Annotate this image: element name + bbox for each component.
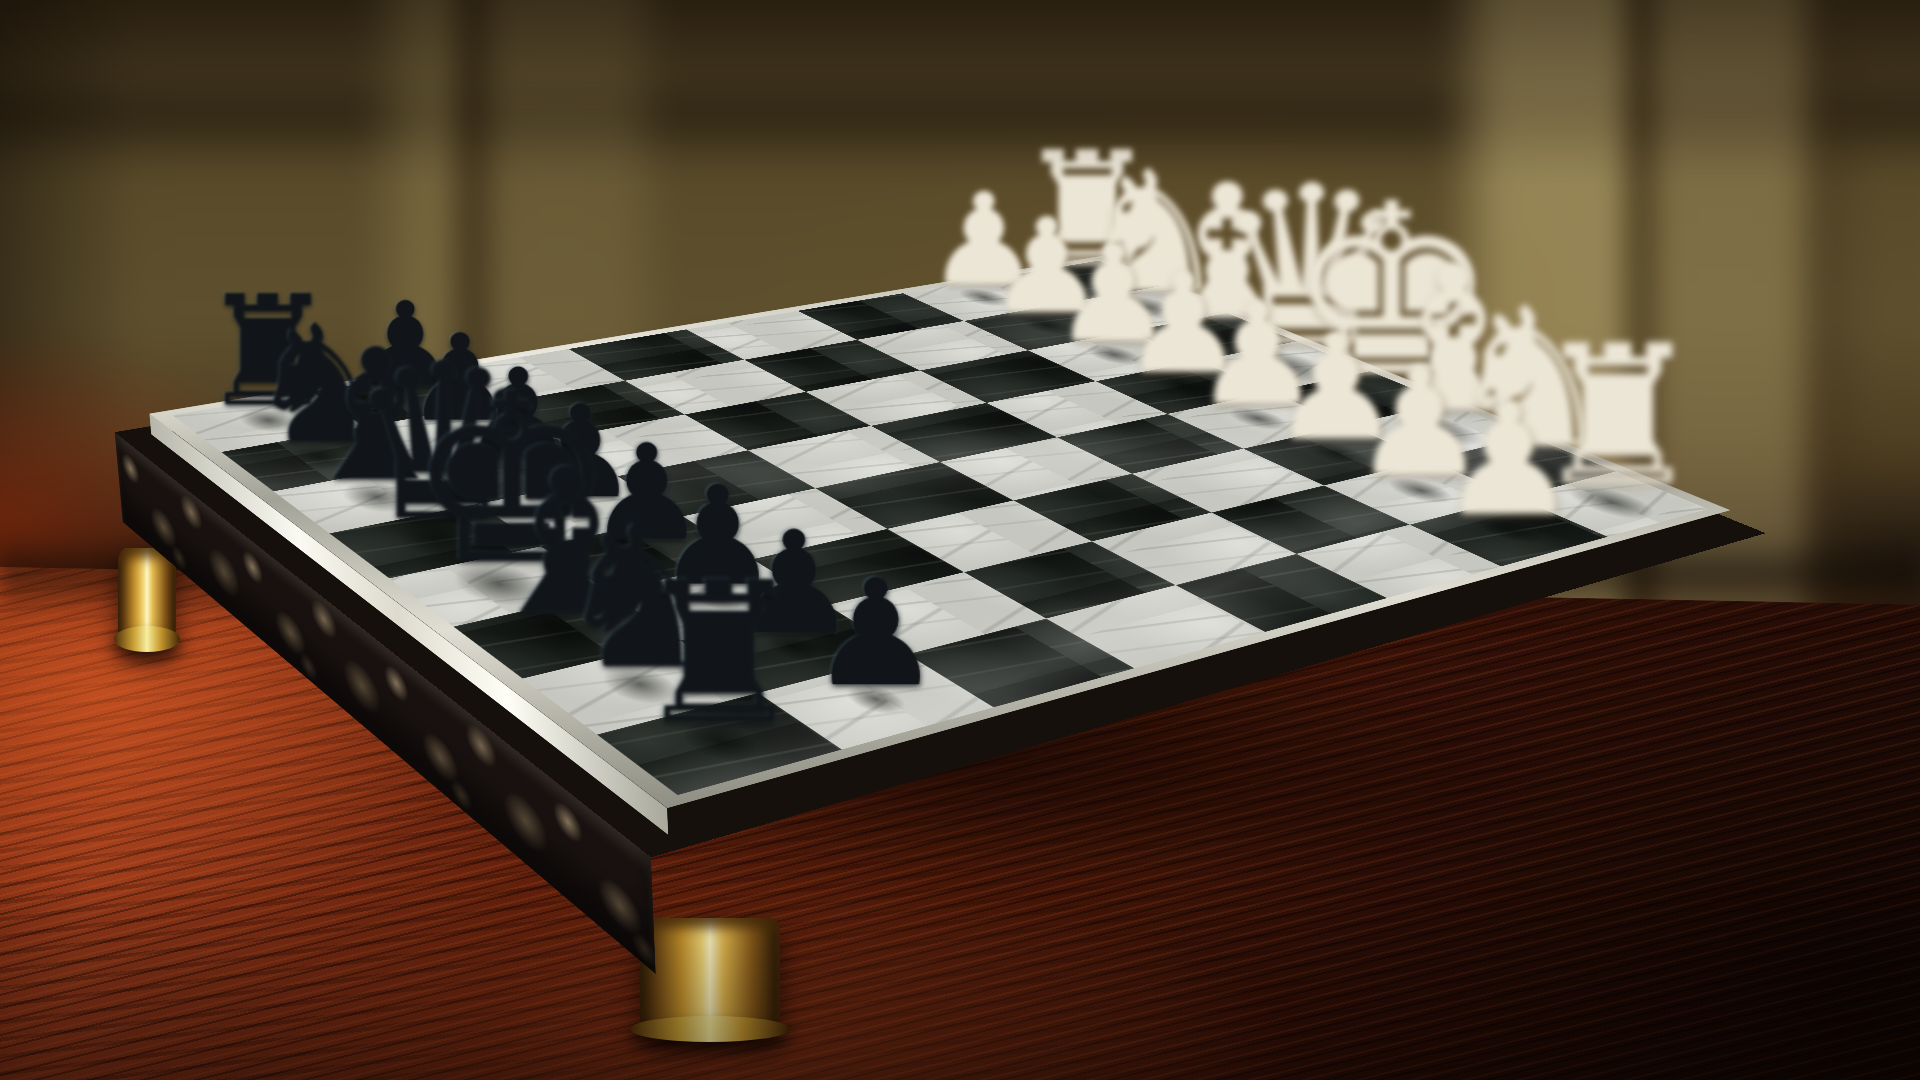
photo-scene: ♜♞♝♛♚♝♞♜♟♟♟♟♟♟♟♟♟♟♟♟♟♟♟♟♜♞♝♛♚♝♞♜: [0, 0, 1920, 1080]
square-g3[interactable]: [1212, 485, 1410, 553]
square-g4[interactable]: [1092, 513, 1297, 586]
black-rook-h8[interactable]: ♜: [617, 568, 821, 742]
white-pawn-h2[interactable]: ♟: [1426, 391, 1591, 531]
square-g5[interactable]: [964, 541, 1176, 618]
square-f4[interactable]: [1014, 474, 1212, 542]
board-perspective-scene: ♜♞♝♛♚♝♞♜♟♟♟♟♟♟♟♟♟♟♟♟♟♟♟♟♜♞♝♛♚♝♞♜: [0, 0, 1920, 1080]
board-3d: ♜♞♝♛♚♝♞♜♟♟♟♟♟♟♟♟♟♟♟♟♟♟♟♟♜♞♝♛♚♝♞♜: [150, 256, 1731, 808]
